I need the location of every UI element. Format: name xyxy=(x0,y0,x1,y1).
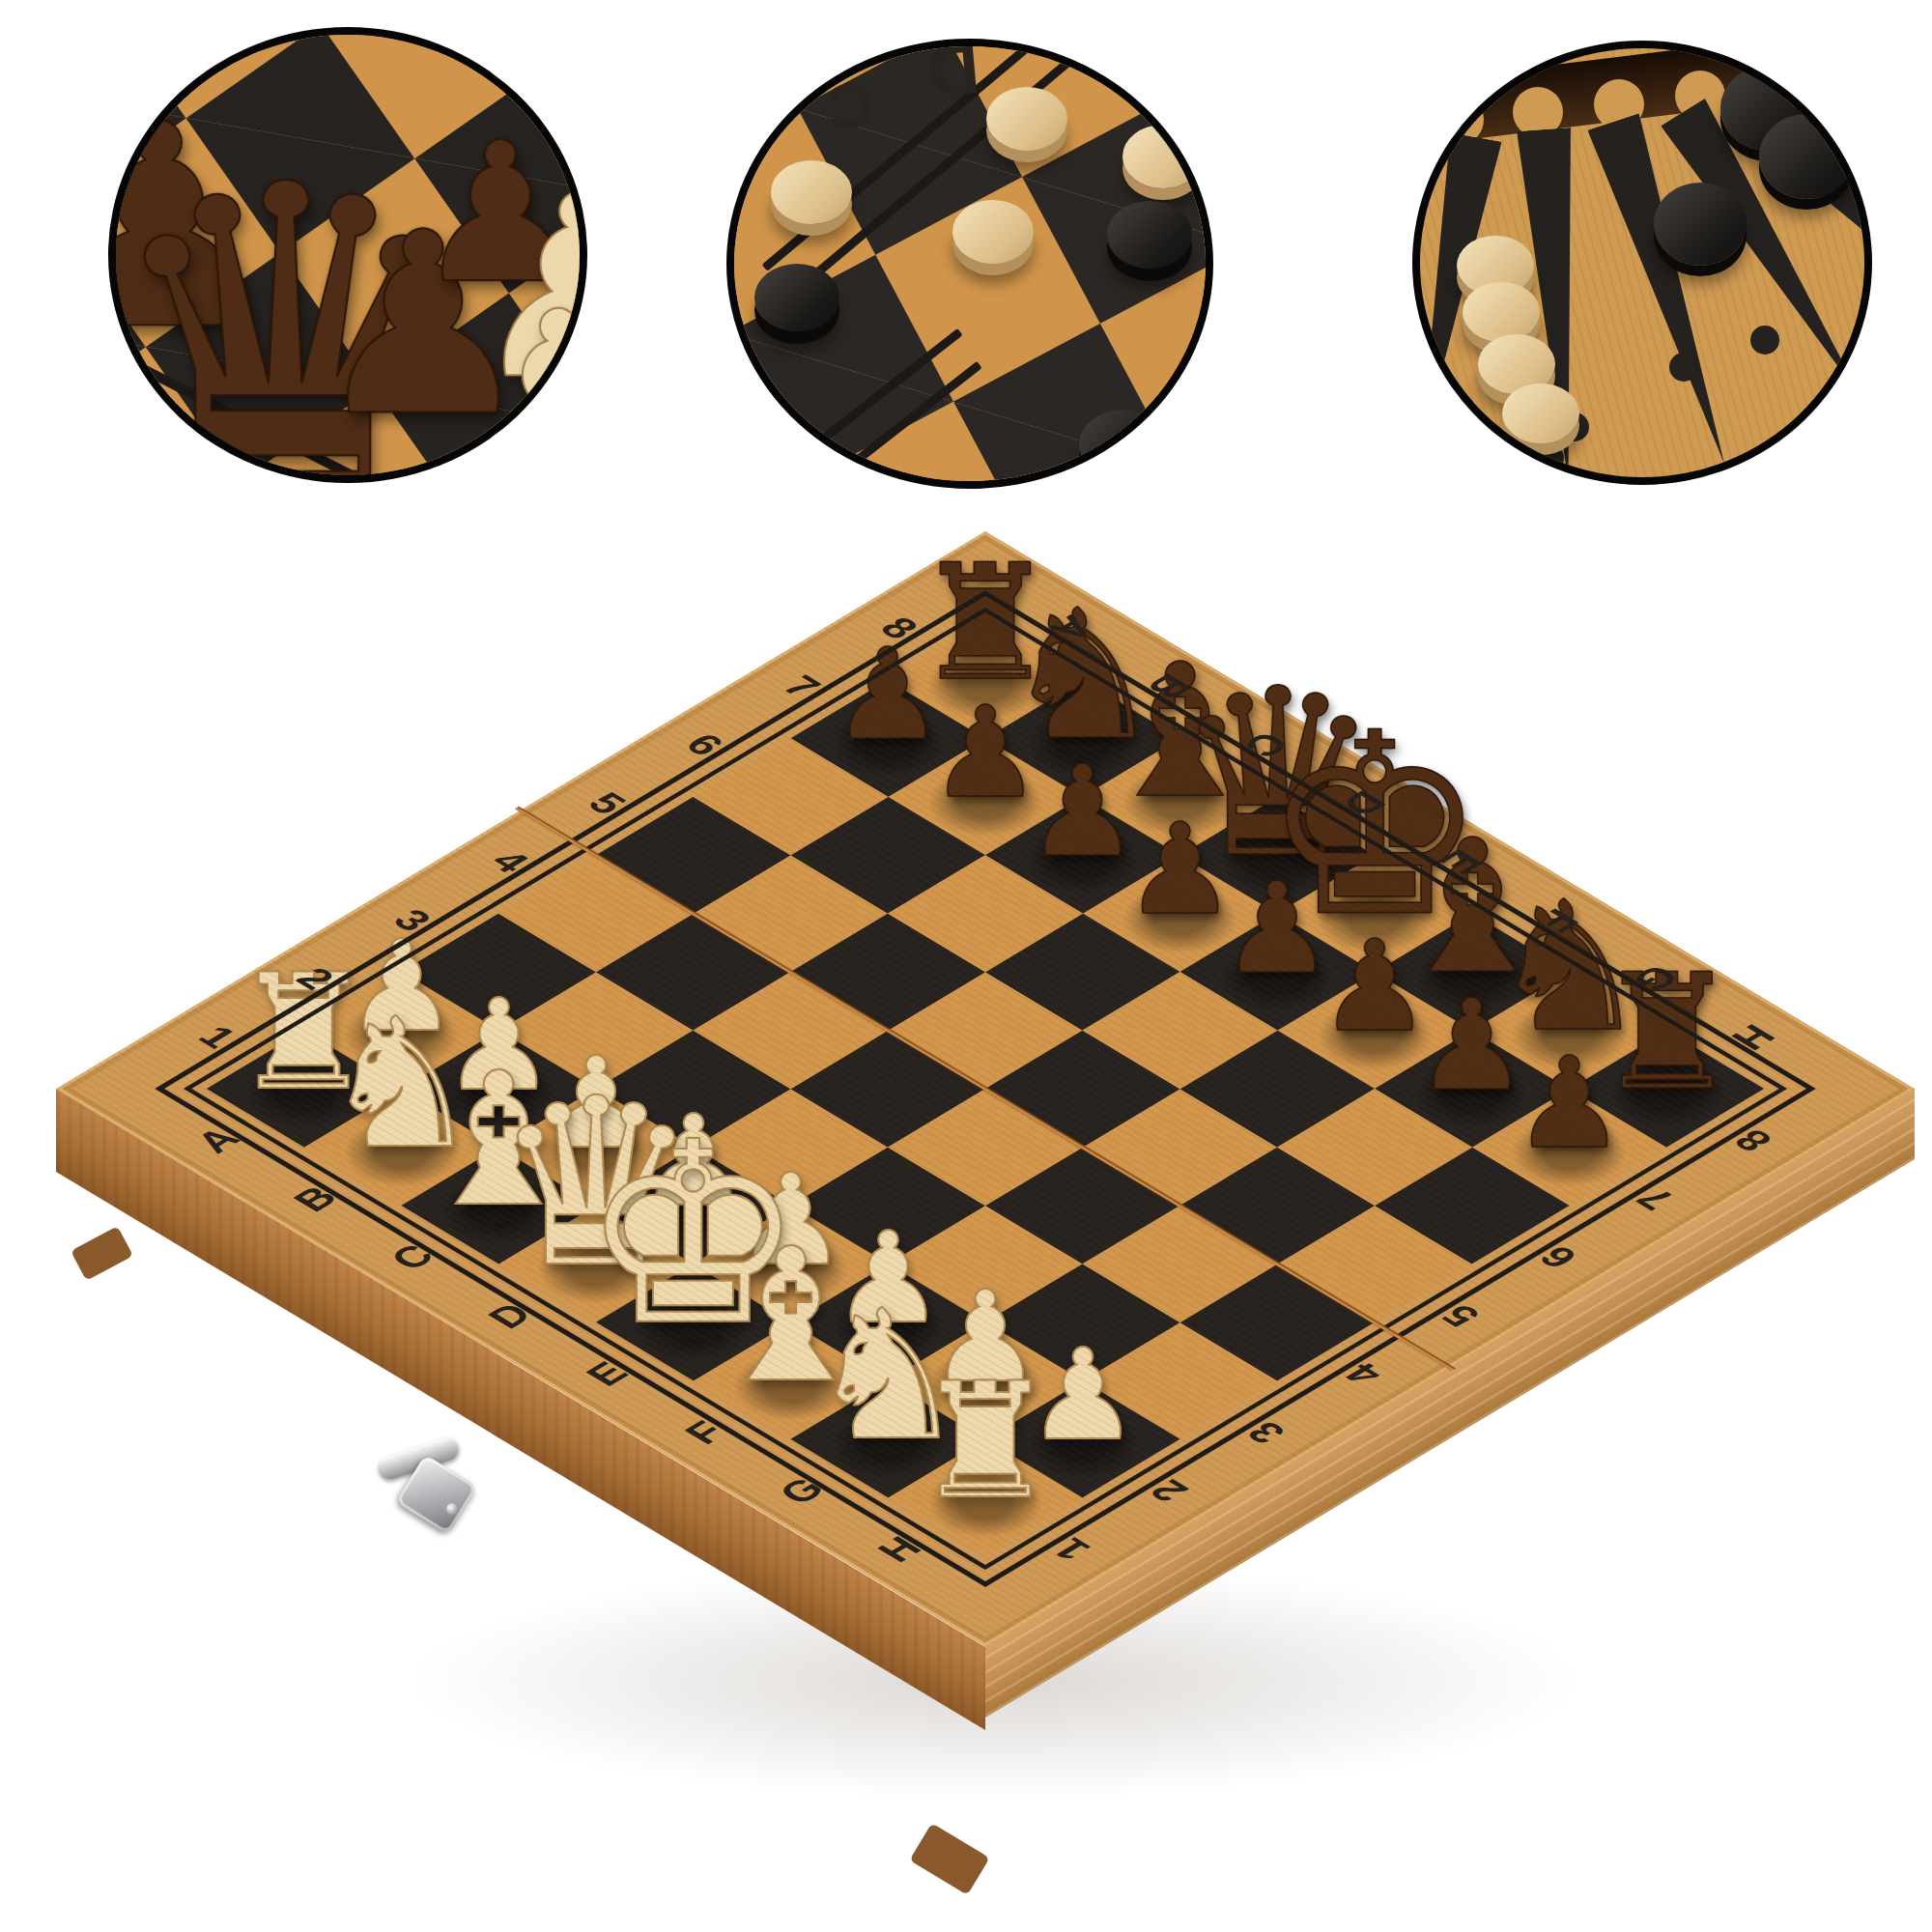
coordinate-label-6: 6 xyxy=(726,383,774,451)
clasp-screw xyxy=(446,1503,458,1515)
checker-disc-dark xyxy=(754,264,839,331)
box-foot xyxy=(71,1226,133,1281)
product-photo: ♜♞♝♛♚♝♞♜♟♟♟♟♟♟♟♟♟♟♟♟♟♟♟♟♜♞♝♛♚♝♞♜ AABBCCD… xyxy=(0,0,1932,1932)
inset-checkers-closeup: DC65 xyxy=(726,39,1213,489)
checker-disc-dark xyxy=(1654,183,1747,266)
checker-disc-dark xyxy=(1107,201,1192,269)
backgammon-dot xyxy=(1535,443,1564,472)
checker-disc-light xyxy=(986,87,1067,151)
coordinate-label-5: 5 xyxy=(127,421,192,475)
checker-disc-light xyxy=(1122,125,1204,188)
coordinate-label-D: D xyxy=(924,39,982,107)
checker-disc-dark xyxy=(1759,114,1854,199)
checker-disc-dark xyxy=(1079,410,1168,479)
checker-disc-light xyxy=(771,160,852,224)
inset-chess-closeup: 5♟♛♟♟♟♟ xyxy=(108,27,587,483)
checker-disc-light xyxy=(952,200,1034,264)
backgammon-dot xyxy=(1750,326,1779,355)
closeup-white-pawn: ♟ xyxy=(454,281,587,483)
chess-board: ♜♞♝♛♚♝♞♜♟♟♟♟♟♟♟♟♟♟♟♟♟♟♟♟♜♞♝♛♚♝♞♜ AABBCCD… xyxy=(56,531,1914,1646)
inset-backgammon-closeup xyxy=(1412,41,1872,485)
metal-clasp xyxy=(377,1428,483,1544)
backgammon-dot xyxy=(1669,353,1698,382)
coordinate-label-C: C xyxy=(823,71,877,141)
checker-disc-light xyxy=(1502,384,1579,443)
coordinate-label-5: 5 xyxy=(743,429,792,489)
checker-disc-light xyxy=(1463,282,1540,342)
